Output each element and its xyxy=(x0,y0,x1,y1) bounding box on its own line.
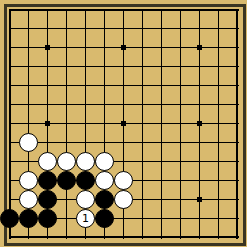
intersection-H1[interactable] xyxy=(133,228,152,247)
intersection-K5[interactable] xyxy=(171,152,190,171)
intersection-D5[interactable] xyxy=(57,152,76,171)
intersection-A11[interactable] xyxy=(0,38,19,57)
intersection-L12[interactable] xyxy=(190,19,209,38)
intersection-G5[interactable] xyxy=(114,152,133,171)
intersection-M1[interactable] xyxy=(209,228,228,247)
intersection-N2[interactable] xyxy=(228,209,247,228)
intersection-G7[interactable] xyxy=(114,114,133,133)
intersection-H8[interactable] xyxy=(133,95,152,114)
black-stone-B2 xyxy=(19,209,38,228)
intersection-F13[interactable] xyxy=(95,0,114,19)
intersection-F7[interactable] xyxy=(95,114,114,133)
intersection-E1[interactable] xyxy=(76,228,95,247)
intersection-N8[interactable] xyxy=(228,95,247,114)
intersection-E12[interactable] xyxy=(76,19,95,38)
intersection-A5[interactable] xyxy=(0,152,19,171)
intersection-K7[interactable] xyxy=(171,114,190,133)
intersection-F3[interactable] xyxy=(95,190,114,209)
intersection-K6[interactable] xyxy=(171,133,190,152)
black-stone-E4 xyxy=(76,171,95,190)
intersection-J7[interactable] xyxy=(152,114,171,133)
intersection-D11[interactable] xyxy=(57,38,76,57)
intersection-D10[interactable] xyxy=(57,57,76,76)
intersection-D7[interactable] xyxy=(57,114,76,133)
intersection-B1[interactable] xyxy=(19,228,38,247)
intersection-M3[interactable] xyxy=(209,190,228,209)
intersection-A2[interactable] xyxy=(0,209,19,228)
intersection-K1[interactable] xyxy=(171,228,190,247)
intersection-J4[interactable] xyxy=(152,171,171,190)
go-diagram: 1 xyxy=(0,0,247,247)
intersection-B5[interactable] xyxy=(19,152,38,171)
intersection-K12[interactable] xyxy=(171,19,190,38)
intersection-C8[interactable] xyxy=(38,95,57,114)
white-stone-B6 xyxy=(19,133,38,152)
intersection-J13[interactable] xyxy=(152,0,171,19)
black-stone-C2 xyxy=(38,209,57,228)
intersection-M11[interactable] xyxy=(209,38,228,57)
intersection-L4[interactable] xyxy=(190,171,209,190)
intersection-G12[interactable] xyxy=(114,19,133,38)
intersection-C1[interactable] xyxy=(38,228,57,247)
intersection-C2[interactable] xyxy=(38,209,57,228)
intersection-K13[interactable] xyxy=(171,0,190,19)
intersection-N12[interactable] xyxy=(228,19,247,38)
white-stone-D5 xyxy=(57,152,76,171)
intersection-M12[interactable] xyxy=(209,19,228,38)
intersection-D1[interactable] xyxy=(57,228,76,247)
intersection-A1[interactable] xyxy=(0,228,19,247)
intersection-L6[interactable] xyxy=(190,133,209,152)
white-stone-E5 xyxy=(76,152,95,171)
intersection-E10[interactable] xyxy=(76,57,95,76)
intersection-G8[interactable] xyxy=(114,95,133,114)
intersection-L13[interactable] xyxy=(190,0,209,19)
intersection-G9[interactable] xyxy=(114,76,133,95)
intersection-K3[interactable] xyxy=(171,190,190,209)
intersection-N7[interactable] xyxy=(228,114,247,133)
intersection-D6[interactable] xyxy=(57,133,76,152)
intersection-K10[interactable] xyxy=(171,57,190,76)
intersection-M4[interactable] xyxy=(209,171,228,190)
intersection-F2[interactable] xyxy=(95,209,114,228)
star-point xyxy=(197,197,202,202)
intersection-L9[interactable] xyxy=(190,76,209,95)
intersection-N13[interactable] xyxy=(228,0,247,19)
black-stone-D4 xyxy=(57,171,76,190)
intersection-B11[interactable] xyxy=(19,38,38,57)
intersection-N11[interactable] xyxy=(228,38,247,57)
intersection-F10[interactable] xyxy=(95,57,114,76)
intersection-J2[interactable] xyxy=(152,209,171,228)
intersection-L5[interactable] xyxy=(190,152,209,171)
intersection-C10[interactable] xyxy=(38,57,57,76)
intersection-F12[interactable] xyxy=(95,19,114,38)
intersection-F5[interactable] xyxy=(95,152,114,171)
intersection-D8[interactable] xyxy=(57,95,76,114)
intersection-C5[interactable] xyxy=(38,152,57,171)
white-stone-E3 xyxy=(76,190,95,209)
intersection-N1[interactable] xyxy=(228,228,247,247)
intersection-M10[interactable] xyxy=(209,57,228,76)
intersection-B7[interactable] xyxy=(19,114,38,133)
intersection-J11[interactable] xyxy=(152,38,171,57)
intersection-M6[interactable] xyxy=(209,133,228,152)
move-label-1: 1 xyxy=(82,213,89,224)
intersection-A9[interactable] xyxy=(0,76,19,95)
intersection-E5[interactable] xyxy=(76,152,95,171)
black-stone-C4 xyxy=(38,171,57,190)
intersection-C11[interactable] xyxy=(38,38,57,57)
intersection-K9[interactable] xyxy=(171,76,190,95)
white-stone-C5 xyxy=(38,152,57,171)
intersection-F4[interactable] xyxy=(95,171,114,190)
intersection-B10[interactable] xyxy=(19,57,38,76)
intersection-H4[interactable] xyxy=(133,171,152,190)
intersection-M5[interactable] xyxy=(209,152,228,171)
intersection-D4[interactable] xyxy=(57,171,76,190)
intersection-A7[interactable] xyxy=(0,114,19,133)
intersection-M2[interactable] xyxy=(209,209,228,228)
intersection-N10[interactable] xyxy=(228,57,247,76)
intersection-F1[interactable] xyxy=(95,228,114,247)
intersection-B3[interactable] xyxy=(19,190,38,209)
intersection-J6[interactable] xyxy=(152,133,171,152)
white-stone-F4 xyxy=(95,171,114,190)
intersection-M8[interactable] xyxy=(209,95,228,114)
intersection-B2[interactable] xyxy=(19,209,38,228)
intersection-J8[interactable] xyxy=(152,95,171,114)
intersection-B13[interactable] xyxy=(19,0,38,19)
intersection-H12[interactable] xyxy=(133,19,152,38)
white-stone-E2: 1 xyxy=(76,209,95,228)
star-point xyxy=(197,121,202,126)
intersection-H7[interactable] xyxy=(133,114,152,133)
intersection-D3[interactable] xyxy=(57,190,76,209)
white-stone-B4 xyxy=(19,171,38,190)
intersection-F6[interactable] xyxy=(95,133,114,152)
intersection-N6[interactable] xyxy=(228,133,247,152)
star-point xyxy=(121,121,126,126)
intersection-B6[interactable] xyxy=(19,133,38,152)
black-stone-A2 xyxy=(0,209,19,228)
intersection-B9[interactable] xyxy=(19,76,38,95)
intersection-C9[interactable] xyxy=(38,76,57,95)
intersection-E3[interactable] xyxy=(76,190,95,209)
intersection-C12[interactable] xyxy=(38,19,57,38)
intersection-J9[interactable] xyxy=(152,76,171,95)
intersection-K8[interactable] xyxy=(171,95,190,114)
intersection-D13[interactable] xyxy=(57,0,76,19)
intersection-E6[interactable] xyxy=(76,133,95,152)
intersection-F8[interactable] xyxy=(95,95,114,114)
intersection-J3[interactable] xyxy=(152,190,171,209)
intersection-H9[interactable] xyxy=(133,76,152,95)
intersection-H6[interactable] xyxy=(133,133,152,152)
intersection-E7[interactable] xyxy=(76,114,95,133)
intersection-F9[interactable] xyxy=(95,76,114,95)
intersection-A10[interactable] xyxy=(0,57,19,76)
intersection-A8[interactable] xyxy=(0,95,19,114)
intersection-G10[interactable] xyxy=(114,57,133,76)
go-board: 1 xyxy=(0,0,247,247)
intersection-N4[interactable] xyxy=(228,171,247,190)
intersection-C4[interactable] xyxy=(38,171,57,190)
intersection-G11[interactable] xyxy=(114,38,133,57)
intersection-A3[interactable] xyxy=(0,190,19,209)
intersection-B8[interactable] xyxy=(19,95,38,114)
intersection-E11[interactable] xyxy=(76,38,95,57)
intersection-G4[interactable] xyxy=(114,171,133,190)
intersection-J1[interactable] xyxy=(152,228,171,247)
intersection-G13[interactable] xyxy=(114,0,133,19)
intersection-H2[interactable] xyxy=(133,209,152,228)
black-stone-F3 xyxy=(95,190,114,209)
intersection-L11[interactable] xyxy=(190,38,209,57)
intersection-G3[interactable] xyxy=(114,190,133,209)
intersection-E8[interactable] xyxy=(76,95,95,114)
intersection-H5[interactable] xyxy=(133,152,152,171)
intersection-C13[interactable] xyxy=(38,0,57,19)
intersection-A12[interactable] xyxy=(0,19,19,38)
intersection-L8[interactable] xyxy=(190,95,209,114)
intersection-E13[interactable] xyxy=(76,0,95,19)
intersection-G2[interactable] xyxy=(114,209,133,228)
intersection-C6[interactable] xyxy=(38,133,57,152)
intersection-L1[interactable] xyxy=(190,228,209,247)
intersection-L2[interactable] xyxy=(190,209,209,228)
intersection-M9[interactable] xyxy=(209,76,228,95)
intersection-E2[interactable]: 1 xyxy=(76,209,95,228)
star-point xyxy=(45,121,50,126)
white-stone-G3 xyxy=(114,190,133,209)
intersection-A6[interactable] xyxy=(0,133,19,152)
intersection-M13[interactable] xyxy=(209,0,228,19)
star-point xyxy=(45,45,50,50)
intersection-K4[interactable] xyxy=(171,171,190,190)
intersection-L7[interactable] xyxy=(190,114,209,133)
intersection-F11[interactable] xyxy=(95,38,114,57)
intersection-M7[interactable] xyxy=(209,114,228,133)
intersection-K2[interactable] xyxy=(171,209,190,228)
intersection-H13[interactable] xyxy=(133,0,152,19)
intersection-G1[interactable] xyxy=(114,228,133,247)
intersection-N5[interactable] xyxy=(228,152,247,171)
intersection-H11[interactable] xyxy=(133,38,152,57)
star-point xyxy=(121,45,126,50)
intersection-C7[interactable] xyxy=(38,114,57,133)
black-stone-C3 xyxy=(38,190,57,209)
intersection-D2[interactable] xyxy=(57,209,76,228)
intersection-J12[interactable] xyxy=(152,19,171,38)
intersection-H10[interactable] xyxy=(133,57,152,76)
intersection-A4[interactable] xyxy=(0,171,19,190)
intersection-G6[interactable] xyxy=(114,133,133,152)
intersection-L3[interactable] xyxy=(190,190,209,209)
intersection-D9[interactable] xyxy=(57,76,76,95)
white-stone-G4 xyxy=(114,171,133,190)
intersection-J5[interactable] xyxy=(152,152,171,171)
intersection-E4[interactable] xyxy=(76,171,95,190)
intersection-D12[interactable] xyxy=(57,19,76,38)
star-point xyxy=(197,45,202,50)
intersection-C3[interactable] xyxy=(38,190,57,209)
white-stone-F5 xyxy=(95,152,114,171)
intersection-J10[interactable] xyxy=(152,57,171,76)
intersection-E9[interactable] xyxy=(76,76,95,95)
intersection-B4[interactable] xyxy=(19,171,38,190)
intersection-L10[interactable] xyxy=(190,57,209,76)
intersection-B12[interactable] xyxy=(19,19,38,38)
intersection-H3[interactable] xyxy=(133,190,152,209)
intersection-K11[interactable] xyxy=(171,38,190,57)
intersection-A13[interactable] xyxy=(0,0,19,19)
white-stone-B3 xyxy=(19,190,38,209)
black-stone-F2 xyxy=(95,209,114,228)
intersection-N9[interactable] xyxy=(228,76,247,95)
intersection-N3[interactable] xyxy=(228,190,247,209)
